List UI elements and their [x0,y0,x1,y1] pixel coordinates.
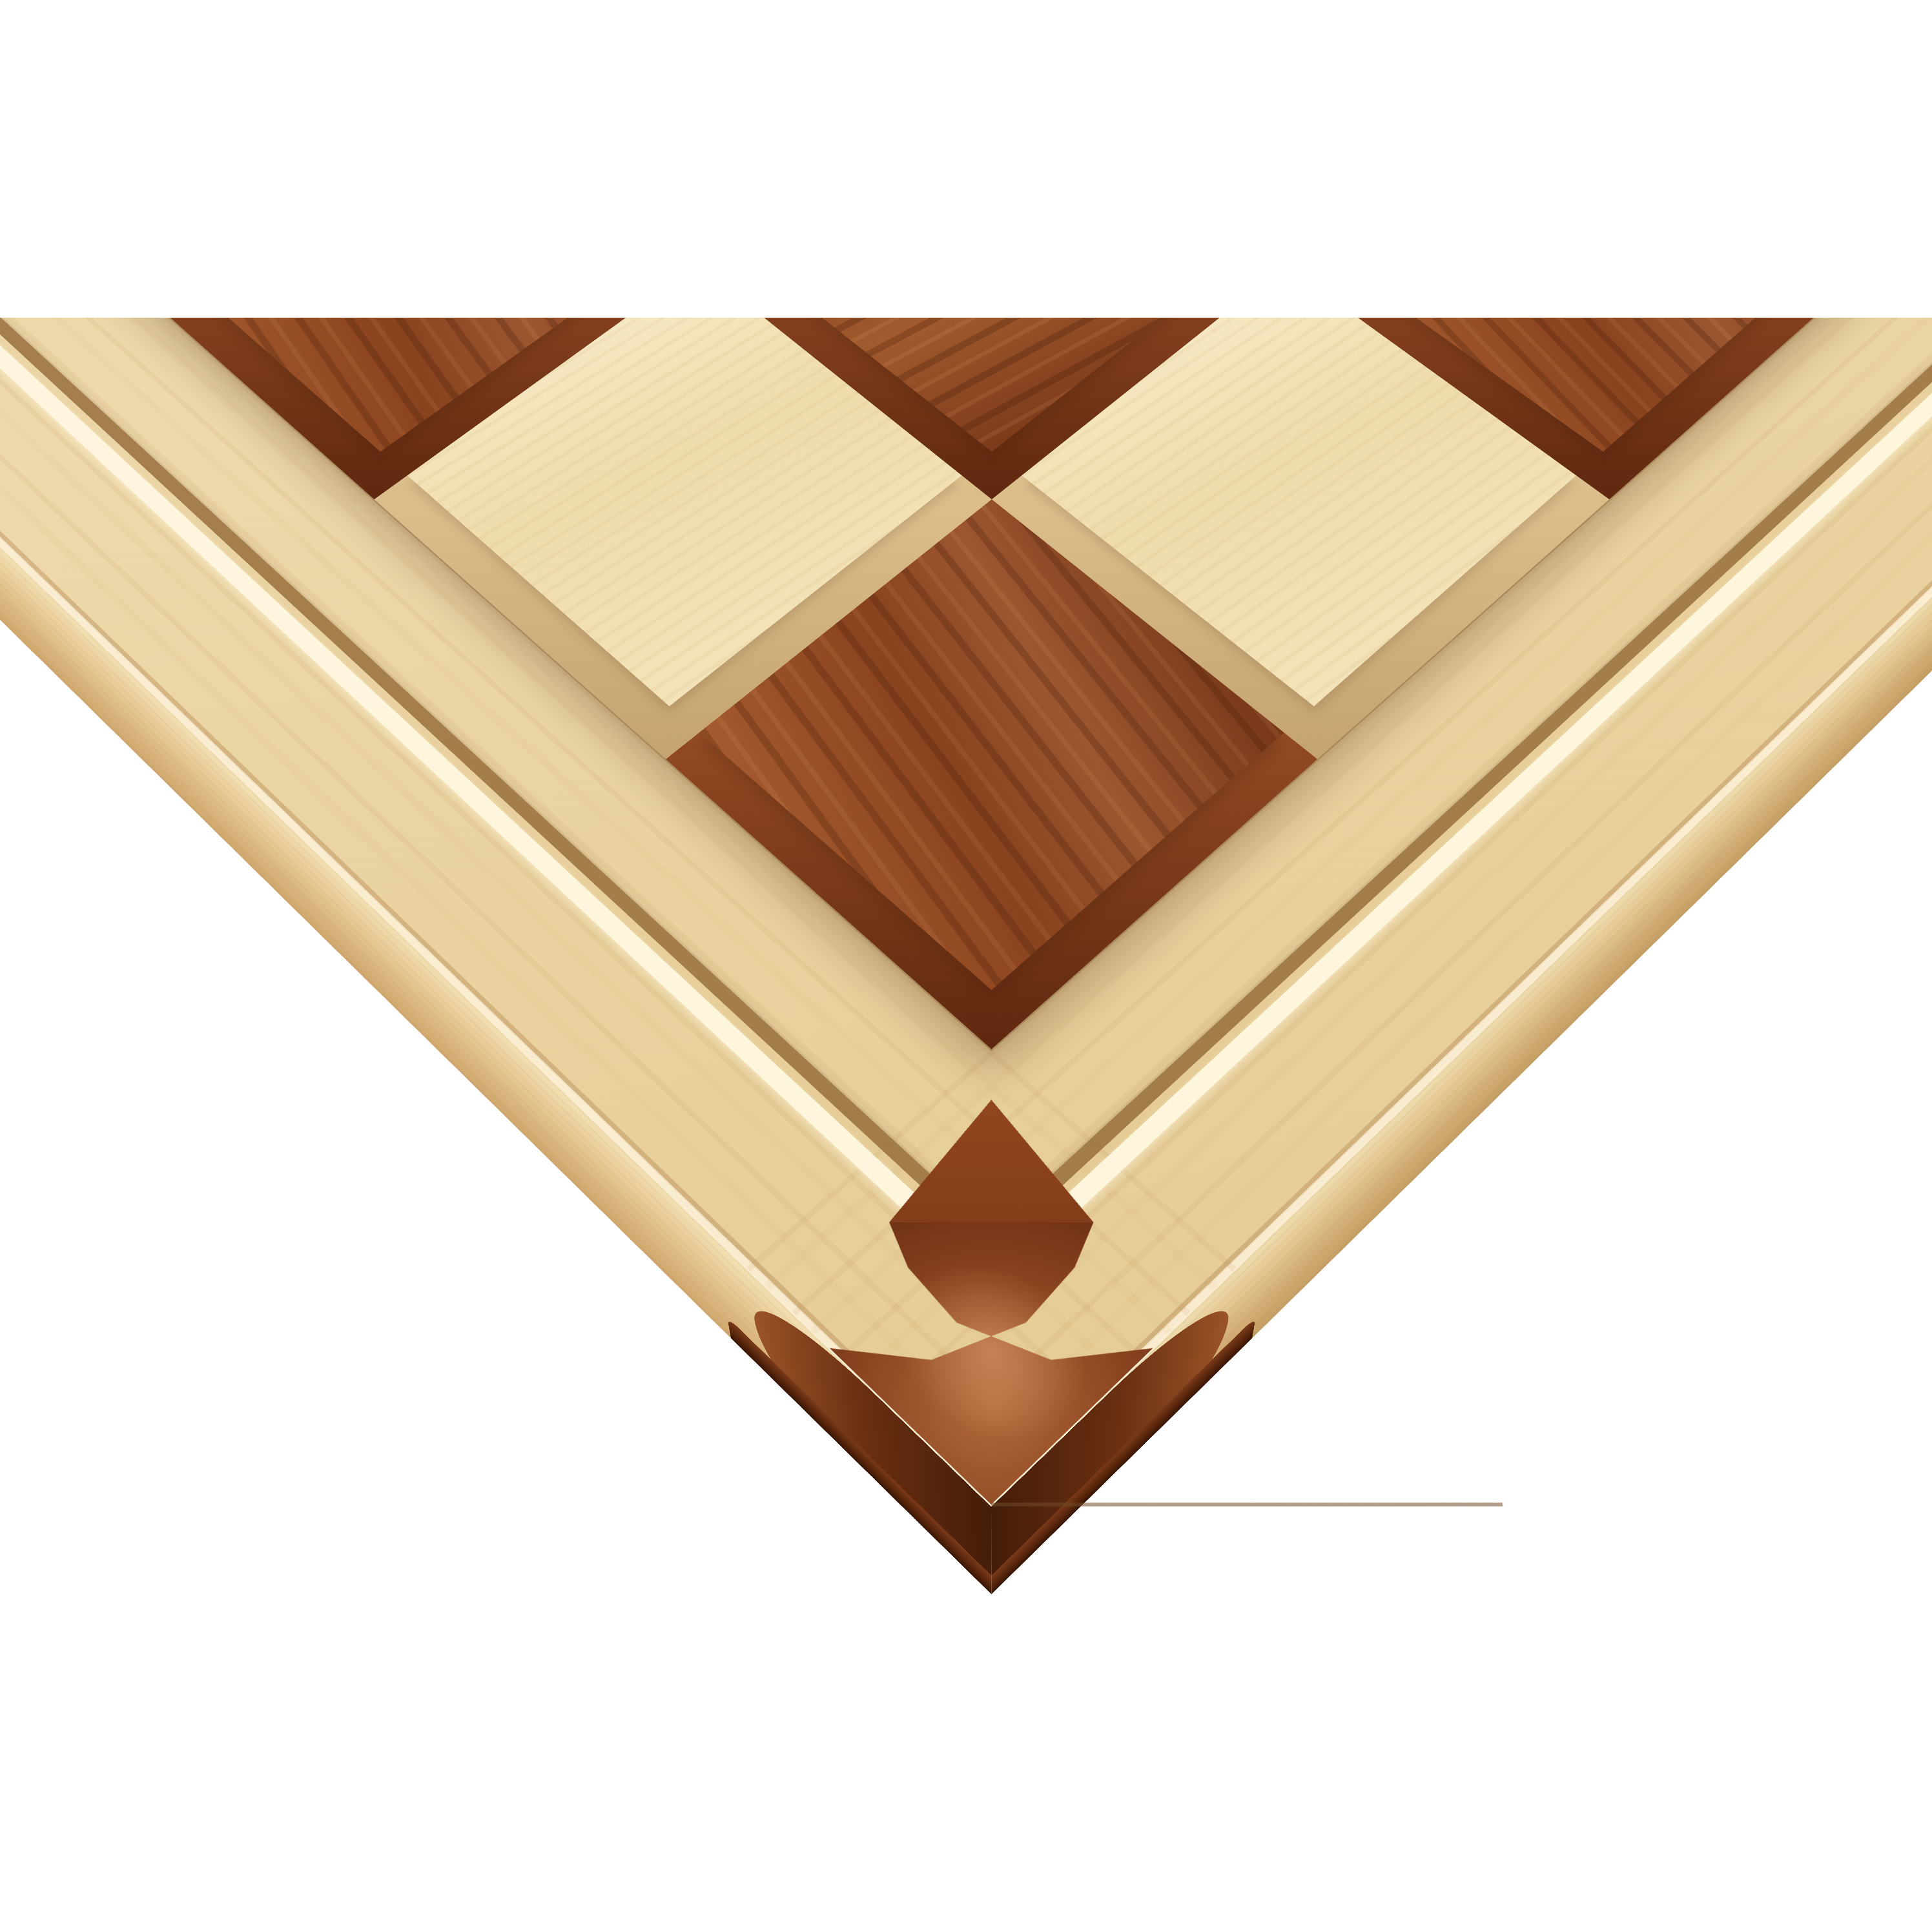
border-miter-seam [991,1503,1503,1506]
photo-canvas: Close-up corner of a luxury wooden chess… [0,0,1932,1932]
photo-crop-mask [0,0,1932,318]
